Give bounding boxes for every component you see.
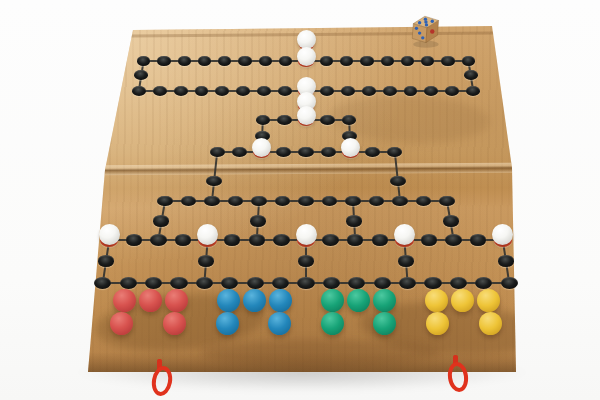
hole-r4c16[interactable] bbox=[445, 86, 459, 96]
blue-peg[interactable] bbox=[269, 289, 292, 312]
hole-r4c7[interactable] bbox=[257, 86, 271, 96]
hole-r14c8[interactable] bbox=[272, 277, 289, 289]
hole-r14c13[interactable] bbox=[399, 277, 416, 289]
hole-r10c8[interactable] bbox=[275, 196, 291, 207]
hole-r4c12[interactable] bbox=[362, 86, 376, 96]
hole-r10c11[interactable] bbox=[345, 196, 361, 207]
hole-r2c7[interactable] bbox=[259, 56, 272, 65]
hole-r4c13[interactable] bbox=[383, 86, 397, 96]
hole-r14c6[interactable] bbox=[221, 277, 238, 289]
hole-r12c12[interactable] bbox=[372, 234, 389, 245]
hole-r2c3[interactable] bbox=[178, 56, 191, 65]
red-peg[interactable] bbox=[165, 289, 188, 312]
hole-r4c4[interactable] bbox=[195, 86, 209, 96]
hole-r2c2[interactable] bbox=[157, 56, 170, 65]
yellow-peg[interactable] bbox=[477, 289, 500, 312]
hole-r2c6[interactable] bbox=[238, 56, 251, 65]
scene bbox=[0, 0, 600, 400]
hole-r9c5[interactable] bbox=[206, 176, 222, 187]
hole-r13c1[interactable] bbox=[98, 255, 115, 267]
green-peg[interactable] bbox=[321, 289, 344, 312]
hole-r12c8[interactable] bbox=[273, 234, 290, 245]
blue-peg[interactable] bbox=[216, 312, 239, 335]
hole-r2c10[interactable] bbox=[320, 56, 333, 65]
yellow-peg[interactable] bbox=[451, 289, 474, 312]
hole-r4c1[interactable] bbox=[132, 86, 146, 96]
ribbon-pull-left bbox=[150, 359, 170, 399]
hole-r2c12[interactable] bbox=[360, 56, 373, 65]
die-right-pip bbox=[430, 29, 434, 33]
green-peg[interactable] bbox=[347, 289, 370, 312]
hole-r8c12[interactable] bbox=[365, 147, 380, 158]
hole-r2c1[interactable] bbox=[137, 56, 150, 65]
hole-r2c15[interactable] bbox=[421, 56, 434, 65]
hole-r8c13[interactable] bbox=[387, 147, 402, 158]
hole-r4c5[interactable] bbox=[215, 86, 229, 96]
hole-r12c3[interactable] bbox=[150, 234, 167, 245]
hole-r10c12[interactable] bbox=[369, 196, 385, 207]
hole-r8c9[interactable] bbox=[298, 147, 313, 158]
hole-r4c14[interactable] bbox=[404, 86, 418, 96]
hole-r11c7[interactable] bbox=[250, 215, 266, 226]
hole-r13c5[interactable] bbox=[198, 255, 215, 267]
hole-r2c8[interactable] bbox=[279, 56, 292, 65]
hole-r4c15[interactable] bbox=[424, 86, 438, 96]
hole-r8c5[interactable] bbox=[210, 147, 225, 158]
hole-r2c16[interactable] bbox=[441, 56, 454, 65]
barricade-peg[interactable] bbox=[252, 138, 271, 157]
hole-r11c11[interactable] bbox=[346, 215, 362, 226]
hole-r6c7[interactable] bbox=[256, 115, 271, 125]
hole-r10c13[interactable] bbox=[392, 196, 408, 207]
barricade-peg[interactable] bbox=[341, 138, 360, 157]
hole-r12c6[interactable] bbox=[224, 234, 241, 245]
hole-r4c17[interactable] bbox=[466, 86, 480, 96]
hole-r10c6[interactable] bbox=[228, 196, 244, 207]
hole-r14c10[interactable] bbox=[323, 277, 340, 289]
hole-r13c13[interactable] bbox=[398, 255, 415, 267]
hole-r12c7[interactable] bbox=[249, 234, 266, 245]
hole-r12c16[interactable] bbox=[470, 234, 487, 245]
hole-r2c14[interactable] bbox=[401, 56, 414, 65]
hole-r10c7[interactable] bbox=[251, 196, 267, 207]
ribbon-pull-right bbox=[446, 355, 466, 395]
hole-r3c17[interactable] bbox=[464, 70, 478, 79]
red-peg[interactable] bbox=[113, 289, 136, 312]
barricade-peg[interactable] bbox=[296, 224, 317, 245]
yellow-peg[interactable] bbox=[426, 312, 449, 335]
green-peg[interactable] bbox=[373, 289, 396, 312]
hole-r8c10[interactable] bbox=[321, 147, 336, 158]
hole-r9c13[interactable] bbox=[390, 176, 406, 187]
hole-r2c13[interactable] bbox=[381, 56, 394, 65]
hole-r12c4[interactable] bbox=[175, 234, 192, 245]
barricade-peg[interactable] bbox=[297, 47, 316, 66]
hole-r12c2[interactable] bbox=[126, 234, 143, 245]
hole-r14c15[interactable] bbox=[450, 277, 467, 289]
hole-r3c1[interactable] bbox=[134, 70, 148, 79]
hole-r10c14[interactable] bbox=[416, 196, 432, 207]
hole-r10c4[interactable] bbox=[181, 196, 197, 207]
hole-r10c3[interactable] bbox=[157, 196, 173, 207]
hole-r14c14[interactable] bbox=[424, 277, 441, 289]
red-peg[interactable] bbox=[163, 312, 186, 335]
blue-peg[interactable] bbox=[268, 312, 291, 335]
hole-r10c15[interactable] bbox=[439, 196, 455, 207]
hole-r12c14[interactable] bbox=[421, 234, 438, 245]
wooden-die[interactable] bbox=[408, 12, 446, 50]
hole-r4c8[interactable] bbox=[278, 86, 292, 96]
blue-peg[interactable] bbox=[243, 289, 266, 312]
hole-r2c11[interactable] bbox=[340, 56, 353, 65]
hole-r13c9[interactable] bbox=[298, 255, 315, 267]
barricade-peg[interactable] bbox=[99, 224, 120, 245]
yellow-peg[interactable] bbox=[425, 289, 448, 312]
barricade-peg[interactable] bbox=[297, 106, 316, 125]
green-peg[interactable] bbox=[321, 312, 344, 335]
hole-r10c9[interactable] bbox=[298, 196, 314, 207]
red-peg[interactable] bbox=[139, 289, 162, 312]
barricade-peg[interactable] bbox=[297, 30, 316, 49]
hole-r14c1[interactable] bbox=[94, 277, 111, 289]
hole-r6c11[interactable] bbox=[342, 115, 357, 125]
yellow-peg[interactable] bbox=[479, 312, 502, 335]
hole-r14c2[interactable] bbox=[120, 277, 137, 289]
hole-r2c5[interactable] bbox=[218, 56, 231, 65]
hole-r4c10[interactable] bbox=[320, 86, 334, 96]
green-peg[interactable] bbox=[373, 312, 396, 335]
blue-peg[interactable] bbox=[217, 289, 240, 312]
red-peg[interactable] bbox=[110, 312, 133, 335]
hole-r12c11[interactable] bbox=[347, 234, 364, 245]
hole-r4c6[interactable] bbox=[236, 86, 250, 96]
hole-r14c5[interactable] bbox=[196, 277, 213, 289]
hole-r10c5[interactable] bbox=[204, 196, 220, 207]
hole-r6c10[interactable] bbox=[320, 115, 335, 125]
hole-r14c9[interactable] bbox=[297, 277, 314, 289]
hole-r2c17[interactable] bbox=[462, 56, 475, 65]
hole-r8c6[interactable] bbox=[232, 147, 247, 158]
hole-r14c16[interactable] bbox=[475, 277, 492, 289]
hole-r10c10[interactable] bbox=[322, 196, 338, 207]
pegboard bbox=[0, 0, 600, 400]
hole-r13c17[interactable] bbox=[498, 255, 515, 267]
hole-r12c15[interactable] bbox=[445, 234, 462, 245]
hole-r14c3[interactable] bbox=[145, 277, 162, 289]
hole-r4c11[interactable] bbox=[341, 86, 355, 96]
hole-r14c17[interactable] bbox=[501, 277, 518, 289]
hole-r14c12[interactable] bbox=[374, 277, 391, 289]
hole-r14c11[interactable] bbox=[348, 277, 365, 289]
hole-r6c8[interactable] bbox=[277, 115, 292, 125]
hole-r14c7[interactable] bbox=[247, 277, 264, 289]
hole-r12c10[interactable] bbox=[322, 234, 339, 245]
hole-r8c8[interactable] bbox=[276, 147, 291, 158]
hole-r11c15[interactable] bbox=[443, 215, 459, 226]
hole-r14c4[interactable] bbox=[170, 277, 187, 289]
hole-r4c3[interactable] bbox=[174, 86, 188, 96]
hole-r4c2[interactable] bbox=[153, 86, 167, 96]
hole-r11c3[interactable] bbox=[153, 215, 169, 226]
hole-r2c4[interactable] bbox=[198, 56, 211, 65]
